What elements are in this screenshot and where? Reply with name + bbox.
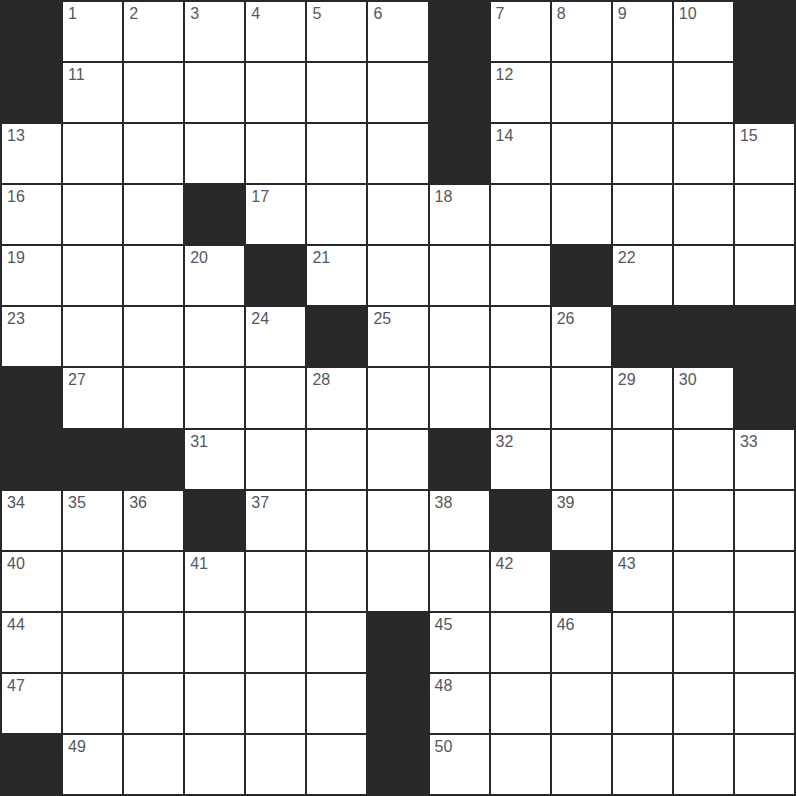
cell-r2c1[interactable] <box>63 124 122 183</box>
block-cell-r2c7 <box>430 124 489 183</box>
cell-r7c4[interactable] <box>246 430 305 489</box>
clue-number-39: 39 <box>557 494 575 512</box>
cell-r2c6[interactable] <box>368 124 427 183</box>
cell-r7c3[interactable]: 31 <box>185 430 244 489</box>
block-cell-r1c7 <box>430 63 489 122</box>
cell-r10c8[interactable] <box>491 613 550 672</box>
cell-r7c6[interactable] <box>368 430 427 489</box>
cell-r7c9[interactable] <box>552 430 611 489</box>
cell-r3c4[interactable]: 17 <box>246 185 305 244</box>
clue-number-11: 11 <box>68 66 85 84</box>
clue-number-50: 50 <box>435 738 453 756</box>
clue-number-49: 49 <box>68 738 86 756</box>
cell-r6c5[interactable]: 28 <box>307 368 366 427</box>
block-cell-r5c11 <box>674 307 733 366</box>
clue-number-29: 29 <box>618 371 636 389</box>
clue-number-45: 45 <box>435 616 453 634</box>
cell-r3c6[interactable] <box>368 185 427 244</box>
clue-number-3: 3 <box>190 5 199 23</box>
cell-r5c3[interactable] <box>185 307 244 366</box>
cell-r11c5[interactable] <box>307 674 366 733</box>
cell-r3c7[interactable]: 18 <box>430 185 489 244</box>
cell-r10c0[interactable]: 44 <box>2 613 61 672</box>
clue-number-19: 19 <box>7 249 25 267</box>
cell-r9c7[interactable] <box>430 552 489 611</box>
clue-number-9: 9 <box>618 5 627 23</box>
clue-number-4: 4 <box>251 5 260 23</box>
cell-r11c10[interactable] <box>613 674 672 733</box>
cell-r2c5[interactable] <box>307 124 366 183</box>
block-cell-r5c12 <box>735 307 794 366</box>
clue-number-38: 38 <box>435 494 453 512</box>
cell-r12c5[interactable] <box>307 735 366 794</box>
cell-r0c4[interactable]: 4 <box>246 2 305 61</box>
cell-r5c7[interactable] <box>430 307 489 366</box>
clue-number-21: 21 <box>312 249 330 267</box>
block-cell-r8c3 <box>185 491 244 550</box>
cell-r3c9[interactable] <box>552 185 611 244</box>
cell-r6c11[interactable]: 30 <box>674 368 733 427</box>
cell-r3c5[interactable] <box>307 185 366 244</box>
block-cell-r10c6 <box>368 613 427 672</box>
cell-r9c1[interactable] <box>63 552 122 611</box>
cell-r9c10[interactable]: 43 <box>613 552 672 611</box>
clue-number-40: 40 <box>7 555 25 573</box>
cell-r3c2[interactable] <box>124 185 183 244</box>
cell-r9c3[interactable]: 41 <box>185 552 244 611</box>
cell-r6c8[interactable] <box>491 368 550 427</box>
cell-r1c2[interactable] <box>124 63 183 122</box>
cell-r6c3[interactable] <box>185 368 244 427</box>
cell-r2c2[interactable] <box>124 124 183 183</box>
cell-r5c2[interactable] <box>124 307 183 366</box>
cell-r8c10[interactable] <box>613 491 672 550</box>
cell-r4c12[interactable] <box>735 246 794 305</box>
cell-r12c7[interactable]: 50 <box>430 735 489 794</box>
cell-r1c4[interactable] <box>246 63 305 122</box>
cell-r9c4[interactable] <box>246 552 305 611</box>
cell-r0c6[interactable]: 6 <box>368 2 427 61</box>
cell-r6c4[interactable] <box>246 368 305 427</box>
block-cell-r0c0 <box>2 2 61 61</box>
cell-r2c9[interactable] <box>552 124 611 183</box>
block-cell-r1c0 <box>2 63 61 122</box>
cell-r3c10[interactable] <box>613 185 672 244</box>
cell-r0c10[interactable]: 9 <box>613 2 672 61</box>
cell-r11c12[interactable] <box>735 674 794 733</box>
cell-r9c0[interactable]: 40 <box>2 552 61 611</box>
cell-r8c0[interactable]: 34 <box>2 491 61 550</box>
cell-r8c6[interactable] <box>368 491 427 550</box>
block-cell-r11c6 <box>368 674 427 733</box>
cell-r7c11[interactable] <box>674 430 733 489</box>
cell-r6c6[interactable] <box>368 368 427 427</box>
cell-r5c9[interactable]: 26 <box>552 307 611 366</box>
clue-number-5: 5 <box>312 5 321 23</box>
cell-r12c8[interactable] <box>491 735 550 794</box>
clue-number-8: 8 <box>557 5 566 23</box>
clue-number-10: 10 <box>679 5 697 23</box>
cell-r10c11[interactable] <box>674 613 733 672</box>
block-cell-r4c4 <box>246 246 305 305</box>
cell-r0c11[interactable]: 10 <box>674 2 733 61</box>
cell-r12c12[interactable] <box>735 735 794 794</box>
cell-r11c3[interactable] <box>185 674 244 733</box>
cell-r10c9[interactable]: 46 <box>552 613 611 672</box>
cell-r8c11[interactable] <box>674 491 733 550</box>
clue-number-6: 6 <box>373 5 382 23</box>
block-cell-r7c2 <box>124 430 183 489</box>
cell-r9c8[interactable]: 42 <box>491 552 550 611</box>
cell-r11c1[interactable] <box>63 674 122 733</box>
cell-r4c11[interactable] <box>674 246 733 305</box>
clue-number-15: 15 <box>740 127 758 145</box>
cell-r10c12[interactable] <box>735 613 794 672</box>
clue-number-27: 27 <box>68 371 86 389</box>
cell-r10c3[interactable] <box>185 613 244 672</box>
cell-r11c4[interactable] <box>246 674 305 733</box>
cell-r6c1[interactable]: 27 <box>63 368 122 427</box>
cell-r1c9[interactable] <box>552 63 611 122</box>
cell-r2c4[interactable] <box>246 124 305 183</box>
cell-r1c1[interactable]: 11 <box>63 63 122 122</box>
cell-r12c2[interactable] <box>124 735 183 794</box>
cell-r12c3[interactable] <box>185 735 244 794</box>
clue-number-31: 31 <box>190 433 208 451</box>
cell-r10c5[interactable] <box>307 613 366 672</box>
block-cell-r8c8 <box>491 491 550 550</box>
cell-r6c9[interactable] <box>552 368 611 427</box>
cell-r2c8[interactable]: 14 <box>491 124 550 183</box>
clue-number-30: 30 <box>679 371 697 389</box>
cell-r7c8[interactable]: 32 <box>491 430 550 489</box>
clue-number-25: 25 <box>373 310 391 328</box>
cell-r4c0[interactable]: 19 <box>2 246 61 305</box>
clue-number-36: 36 <box>129 494 147 512</box>
clue-number-35: 35 <box>68 494 86 512</box>
clue-number-23: 23 <box>7 310 25 328</box>
cell-r9c12[interactable] <box>735 552 794 611</box>
clue-number-24: 24 <box>251 310 269 328</box>
cell-r0c5[interactable]: 5 <box>307 2 366 61</box>
cell-r9c11[interactable] <box>674 552 733 611</box>
cell-r10c4[interactable] <box>246 613 305 672</box>
block-cell-r5c5 <box>307 307 366 366</box>
clue-number-46: 46 <box>557 616 575 634</box>
cell-r11c8[interactable] <box>491 674 550 733</box>
clue-number-42: 42 <box>496 555 514 573</box>
cell-r1c11[interactable] <box>674 63 733 122</box>
cell-r5c8[interactable] <box>491 307 550 366</box>
clue-number-37: 37 <box>251 494 269 512</box>
cell-r3c8[interactable] <box>491 185 550 244</box>
clue-number-32: 32 <box>496 433 514 451</box>
block-cell-r0c7 <box>430 2 489 61</box>
cell-r2c0[interactable]: 13 <box>2 124 61 183</box>
cell-r4c5[interactable]: 21 <box>307 246 366 305</box>
cell-r8c2[interactable]: 36 <box>124 491 183 550</box>
block-cell-r12c0 <box>2 735 61 794</box>
clue-number-22: 22 <box>618 249 636 267</box>
block-cell-r7c7 <box>430 430 489 489</box>
cell-r12c11[interactable] <box>674 735 733 794</box>
cell-r11c9[interactable] <box>552 674 611 733</box>
cell-r9c5[interactable] <box>307 552 366 611</box>
cell-r5c0[interactable]: 23 <box>2 307 61 366</box>
cell-r8c12[interactable] <box>735 491 794 550</box>
cell-r4c3[interactable]: 20 <box>185 246 244 305</box>
clue-number-7: 7 <box>496 5 505 23</box>
cell-r1c6[interactable] <box>368 63 427 122</box>
cell-r4c10[interactable]: 22 <box>613 246 672 305</box>
cell-r2c12[interactable]: 15 <box>735 124 794 183</box>
block-cell-r7c0 <box>2 430 61 489</box>
block-cell-r6c0 <box>2 368 61 427</box>
block-cell-r6c12 <box>735 368 794 427</box>
cell-r10c7[interactable]: 45 <box>430 613 489 672</box>
cell-r4c2[interactable] <box>124 246 183 305</box>
cell-r7c12[interactable]: 33 <box>735 430 794 489</box>
cell-r5c1[interactable] <box>63 307 122 366</box>
cell-r0c8[interactable]: 7 <box>491 2 550 61</box>
clue-number-17: 17 <box>251 188 269 206</box>
clue-number-26: 26 <box>557 310 575 328</box>
clue-number-13: 13 <box>7 127 25 145</box>
cell-r1c8[interactable]: 12 <box>491 63 550 122</box>
cell-r1c3[interactable] <box>185 63 244 122</box>
cell-r11c11[interactable] <box>674 674 733 733</box>
cell-r4c8[interactable] <box>491 246 550 305</box>
cell-r1c10[interactable] <box>613 63 672 122</box>
cell-r6c10[interactable]: 29 <box>613 368 672 427</box>
clue-number-43: 43 <box>618 555 636 573</box>
block-cell-r7c1 <box>63 430 122 489</box>
cell-r11c0[interactable]: 47 <box>2 674 61 733</box>
cell-r8c1[interactable]: 35 <box>63 491 122 550</box>
cell-r3c12[interactable] <box>735 185 794 244</box>
cell-r4c6[interactable] <box>368 246 427 305</box>
clue-number-47: 47 <box>7 677 25 695</box>
cell-r8c7[interactable]: 38 <box>430 491 489 550</box>
clue-number-28: 28 <box>312 371 330 389</box>
clue-number-33: 33 <box>740 433 758 451</box>
cell-r8c5[interactable] <box>307 491 366 550</box>
clue-number-48: 48 <box>435 677 453 695</box>
cell-r3c1[interactable] <box>63 185 122 244</box>
cell-r12c9[interactable] <box>552 735 611 794</box>
clue-number-20: 20 <box>190 249 208 267</box>
cell-r10c10[interactable] <box>613 613 672 672</box>
cell-r0c2[interactable]: 2 <box>124 2 183 61</box>
cell-r3c0[interactable]: 16 <box>2 185 61 244</box>
cell-r5c6[interactable]: 25 <box>368 307 427 366</box>
clue-number-12: 12 <box>496 66 514 84</box>
block-cell-r1c12 <box>735 63 794 122</box>
crossword-board: 1234567891011121314151617181920212223242… <box>0 0 796 796</box>
cell-r0c9[interactable]: 8 <box>552 2 611 61</box>
cell-r10c2[interactable] <box>124 613 183 672</box>
cell-r0c1[interactable]: 1 <box>63 2 122 61</box>
clue-number-34: 34 <box>7 494 25 512</box>
clue-number-14: 14 <box>496 127 514 145</box>
cell-r2c11[interactable] <box>674 124 733 183</box>
cell-r11c7[interactable]: 48 <box>430 674 489 733</box>
cell-r11c2[interactable] <box>124 674 183 733</box>
block-cell-r12c6 <box>368 735 427 794</box>
cell-r6c2[interactable] <box>124 368 183 427</box>
cell-r0c3[interactable]: 3 <box>185 2 244 61</box>
cell-r8c9[interactable]: 39 <box>552 491 611 550</box>
block-cell-r5c10 <box>613 307 672 366</box>
cell-r12c1[interactable]: 49 <box>63 735 122 794</box>
cell-r2c3[interactable] <box>185 124 244 183</box>
cell-r8c4[interactable]: 37 <box>246 491 305 550</box>
cell-r9c2[interactable] <box>124 552 183 611</box>
clue-number-18: 18 <box>435 188 453 206</box>
clue-number-1: 1 <box>68 5 77 23</box>
cell-r1c5[interactable] <box>307 63 366 122</box>
clue-number-44: 44 <box>7 616 25 634</box>
cell-r10c1[interactable] <box>63 613 122 672</box>
clue-number-16: 16 <box>7 188 25 206</box>
cell-r5c4[interactable]: 24 <box>246 307 305 366</box>
cell-r12c10[interactable] <box>613 735 672 794</box>
block-cell-r3c3 <box>185 185 244 244</box>
block-cell-r0c12 <box>735 2 794 61</box>
cell-r12c4[interactable] <box>246 735 305 794</box>
block-cell-r4c9 <box>552 246 611 305</box>
cell-r9c6[interactable] <box>368 552 427 611</box>
cell-r7c10[interactable] <box>613 430 672 489</box>
block-cell-r9c9 <box>552 552 611 611</box>
clue-number-41: 41 <box>190 555 208 573</box>
cell-r4c1[interactable] <box>63 246 122 305</box>
cell-r4c7[interactable] <box>430 246 489 305</box>
cell-r6c7[interactable] <box>430 368 489 427</box>
cell-r7c5[interactable] <box>307 430 366 489</box>
clue-number-2: 2 <box>129 5 138 23</box>
cell-r3c11[interactable] <box>674 185 733 244</box>
cell-r2c10[interactable] <box>613 124 672 183</box>
